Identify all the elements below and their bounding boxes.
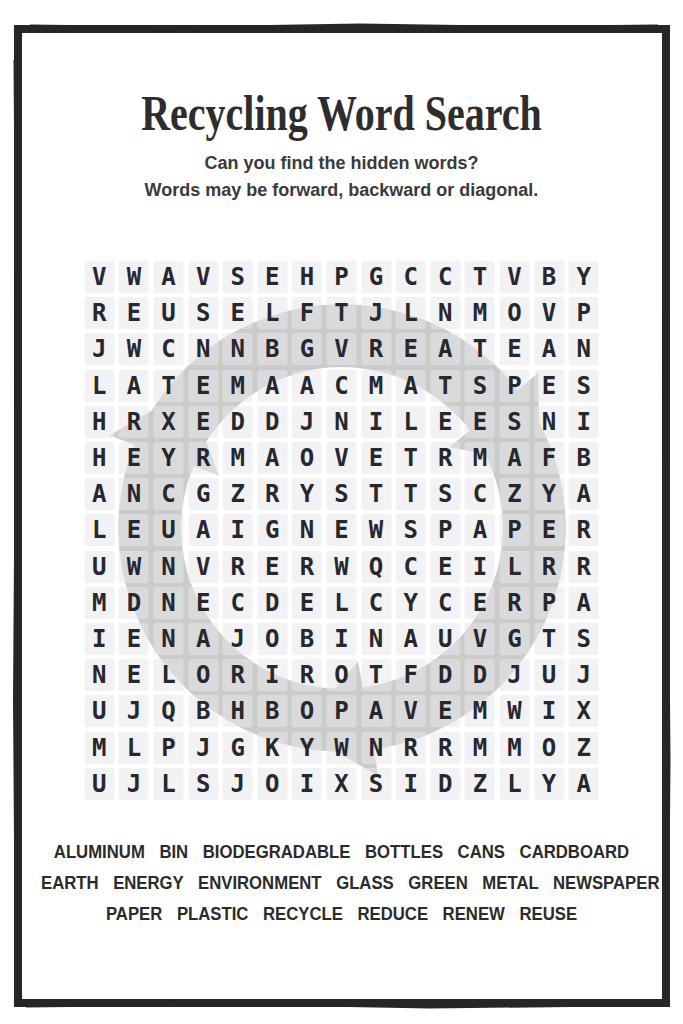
grid-cell: R bbox=[255, 476, 290, 512]
grid-cell: G bbox=[220, 729, 255, 765]
grid-cell-letter: J bbox=[223, 623, 253, 655]
grid-cell-letter: P bbox=[499, 370, 529, 402]
grid-cell-letter: R bbox=[430, 732, 460, 764]
grid-cell-letter: A bbox=[569, 478, 599, 510]
grid-cell: A bbox=[186, 621, 221, 657]
grid-cell: A bbox=[255, 440, 290, 476]
grid-cell: H bbox=[82, 440, 117, 476]
grid-cell: A bbox=[532, 331, 567, 367]
grid-cell-letter: N bbox=[119, 478, 149, 510]
grid-cell: V bbox=[497, 259, 532, 295]
grid-cell-letter: Y bbox=[292, 732, 322, 764]
grid-cell: R bbox=[428, 440, 463, 476]
grid-cell: R bbox=[220, 657, 255, 693]
grid-cell-letter: B bbox=[534, 261, 564, 293]
grid-cell: H bbox=[290, 259, 325, 295]
word-list-line: ALUMINUM BIN BIODEGRADABLE BOTTLES CANS … bbox=[41, 836, 642, 867]
grid-cell-letter: Y bbox=[534, 768, 564, 800]
grid-cell: L bbox=[497, 549, 532, 585]
page-title: Recycling Word Search bbox=[68, 88, 614, 138]
grid-cell-letter: K bbox=[257, 732, 287, 764]
grid-cell: E bbox=[255, 259, 290, 295]
grid-cell-letter: R bbox=[84, 297, 114, 329]
grid-cell: E bbox=[324, 512, 359, 548]
grid-cell-letter: A bbox=[188, 623, 218, 655]
grid-cell: U bbox=[532, 657, 567, 693]
grid-cell-letter: S bbox=[327, 478, 357, 510]
grid-cell-letter: A bbox=[569, 768, 599, 800]
grid-cell: L bbox=[82, 368, 117, 404]
grid-cell: D bbox=[428, 766, 463, 802]
grid-cell-letter: E bbox=[119, 442, 149, 474]
grid-cell-letter: I bbox=[327, 623, 357, 655]
grid-cell-letter: Q bbox=[154, 695, 184, 727]
grid-cell-letter: A bbox=[119, 370, 149, 402]
grid-cell-letter: U bbox=[84, 695, 114, 727]
grid-cell: N bbox=[359, 729, 394, 765]
grid-cell-letter: A bbox=[361, 695, 391, 727]
grid-cell-letter: R bbox=[119, 406, 149, 438]
grid-cell-letter: R bbox=[292, 551, 322, 583]
grid-cell: B bbox=[290, 621, 325, 657]
grid-cell: M bbox=[497, 729, 532, 765]
grid-cell-letter: J bbox=[569, 659, 599, 691]
grid-cell: E bbox=[428, 404, 463, 440]
grid-cell-letter: C bbox=[396, 261, 426, 293]
grid-cell: C bbox=[220, 585, 255, 621]
grid-cell-letter: U bbox=[154, 514, 184, 546]
grid-cell-letter: E bbox=[119, 514, 149, 546]
grid-cell: W bbox=[324, 549, 359, 585]
grid-cell-letter: G bbox=[292, 333, 322, 365]
grid-cell: E bbox=[393, 331, 428, 367]
grid-cell-letter: R bbox=[569, 514, 599, 546]
grid-cell: T bbox=[151, 368, 186, 404]
grid-cell-letter: M bbox=[465, 442, 495, 474]
grid-cell: P bbox=[497, 512, 532, 548]
grid-cell-letter: E bbox=[430, 695, 460, 727]
grid-cell: E bbox=[428, 693, 463, 729]
grid-cell-letter: T bbox=[361, 478, 391, 510]
grid-cell: U bbox=[151, 295, 186, 331]
grid-cell-letter: L bbox=[327, 587, 357, 619]
grid-cell-letter: E bbox=[223, 297, 253, 329]
grid-cell-letter: A bbox=[292, 370, 322, 402]
grid-cell-letter: E bbox=[257, 551, 287, 583]
grid-cell: N bbox=[532, 404, 567, 440]
grid-cell: O bbox=[532, 729, 567, 765]
grid-cell: W bbox=[117, 549, 152, 585]
grid-cell: O bbox=[324, 657, 359, 693]
grid-cell-letter: M bbox=[465, 297, 495, 329]
grid-cell: B bbox=[255, 693, 290, 729]
grid-cell-letter: J bbox=[361, 297, 391, 329]
grid-cell: W bbox=[359, 512, 394, 548]
grid-cell-letter: P bbox=[327, 261, 357, 293]
grid-cell: J bbox=[117, 766, 152, 802]
grid-cell: I bbox=[566, 404, 601, 440]
grid-cell-letter: I bbox=[569, 406, 599, 438]
grid-cell: S bbox=[220, 259, 255, 295]
grid-cell: D bbox=[428, 657, 463, 693]
grid-cell: Z bbox=[497, 476, 532, 512]
grid-cell: U bbox=[82, 693, 117, 729]
grid-cell-letter: U bbox=[534, 659, 564, 691]
grid-cell-letter: E bbox=[327, 514, 357, 546]
grid-cell: N bbox=[324, 404, 359, 440]
grid-cell: E bbox=[186, 404, 221, 440]
grid-cell-letter: T bbox=[154, 370, 184, 402]
grid-cell: E bbox=[186, 368, 221, 404]
grid-cell-letter: D bbox=[257, 406, 287, 438]
grid-cell: C bbox=[463, 476, 498, 512]
grid-cell-letter: P bbox=[499, 514, 529, 546]
grid-cell-letter: F bbox=[292, 297, 322, 329]
grid-cell: J bbox=[359, 295, 394, 331]
grid-cell-letter: B bbox=[569, 442, 599, 474]
grid-cell: T bbox=[463, 259, 498, 295]
grid-cell-letter: H bbox=[84, 406, 114, 438]
grid-cell: J bbox=[566, 657, 601, 693]
grid-cell-letter: E bbox=[188, 370, 218, 402]
grid-cell: C bbox=[324, 368, 359, 404]
grid-cell-letter: T bbox=[430, 370, 460, 402]
grid-cell-letter: E bbox=[119, 297, 149, 329]
grid-cell-letter: P bbox=[327, 695, 357, 727]
grid-cell-letter: S bbox=[569, 623, 599, 655]
grid-cell-letter: E bbox=[361, 442, 391, 474]
grid-cell: M bbox=[82, 729, 117, 765]
grid-cell: I bbox=[220, 512, 255, 548]
grid-cell-letter: R bbox=[188, 442, 218, 474]
grid-cell: W bbox=[117, 259, 152, 295]
grid-cell: R bbox=[117, 404, 152, 440]
grid-cell: C bbox=[151, 331, 186, 367]
grid-cell-letter: J bbox=[223, 768, 253, 800]
grid-cell-letter: O bbox=[257, 623, 287, 655]
grid-cell-letter: O bbox=[327, 659, 357, 691]
grid-cell: L bbox=[151, 766, 186, 802]
grid-cell-letter: N bbox=[327, 406, 357, 438]
grid-cell: L bbox=[393, 295, 428, 331]
grid-cell-letter: Z bbox=[465, 768, 495, 800]
word-list: ALUMINUM BIN BIODEGRADABLE BOTTLES CANS … bbox=[0, 836, 683, 929]
grid-cell: V bbox=[393, 693, 428, 729]
grid-cell: L bbox=[497, 766, 532, 802]
grid-cell: J bbox=[220, 621, 255, 657]
grid-cell: J bbox=[497, 657, 532, 693]
grid-cell-letter: O bbox=[499, 297, 529, 329]
grid-cell: R bbox=[186, 440, 221, 476]
grid-cell-letter: L bbox=[257, 297, 287, 329]
grid-cell: T bbox=[359, 476, 394, 512]
grid-cell: D bbox=[463, 657, 498, 693]
grid-cell-letter: G bbox=[188, 478, 218, 510]
grid-cell: M bbox=[463, 440, 498, 476]
grid-cell: W bbox=[324, 729, 359, 765]
grid-cell-letter: N bbox=[361, 732, 391, 764]
grid-cell-letter: E bbox=[188, 587, 218, 619]
grid-cell-letter: N bbox=[361, 623, 391, 655]
grid-cell-letter: M bbox=[223, 442, 253, 474]
grid-cell-letter: I bbox=[396, 768, 426, 800]
grid-cell: F bbox=[532, 440, 567, 476]
grid-cell-letter: T bbox=[361, 659, 391, 691]
grid-cell-letter: Y bbox=[292, 478, 322, 510]
grid-cell: I bbox=[359, 404, 394, 440]
grid-cell-letter: U bbox=[84, 768, 114, 800]
grid-cell-letter: I bbox=[292, 768, 322, 800]
grid-cell-letter: Y bbox=[396, 587, 426, 619]
grid-cell-letter: U bbox=[154, 297, 184, 329]
grid-cell-letter: N bbox=[569, 333, 599, 365]
grid-cell: T bbox=[532, 621, 567, 657]
grid-cell: E bbox=[428, 549, 463, 585]
grid-cell-letter: S bbox=[430, 478, 460, 510]
grid-cell: R bbox=[566, 512, 601, 548]
grid-cell: J bbox=[290, 404, 325, 440]
grid-cell-letter: R bbox=[569, 551, 599, 583]
grid-cell-letter: H bbox=[292, 261, 322, 293]
grid-cell: A bbox=[428, 331, 463, 367]
grid-cell: N bbox=[82, 657, 117, 693]
grid-cell-letter: A bbox=[154, 261, 184, 293]
grid-cell-letter: D bbox=[119, 587, 149, 619]
grid-cell-letter: M bbox=[465, 732, 495, 764]
grid-cell-letter: X bbox=[154, 406, 184, 438]
grid-cell-letter: I bbox=[465, 551, 495, 583]
grid-cell: E bbox=[497, 331, 532, 367]
grid-cell-letter: W bbox=[327, 732, 357, 764]
grid-cell: S bbox=[359, 766, 394, 802]
grid-cell: O bbox=[290, 693, 325, 729]
grid-cell-letter: S bbox=[361, 768, 391, 800]
grid-cell-letter: T bbox=[396, 442, 426, 474]
grid-cell: L bbox=[151, 657, 186, 693]
grid-cell: R bbox=[359, 331, 394, 367]
grid-cell: E bbox=[117, 295, 152, 331]
grid-cell-letter: E bbox=[292, 587, 322, 619]
grid-cell-letter: O bbox=[292, 442, 322, 474]
grid-cell-letter: H bbox=[84, 442, 114, 474]
grid-cell: Y bbox=[393, 585, 428, 621]
grid-cell: E bbox=[117, 657, 152, 693]
grid-cell: P bbox=[532, 585, 567, 621]
grid-cell: N bbox=[359, 621, 394, 657]
grid-cell: V bbox=[324, 331, 359, 367]
grid-cell-letter: G bbox=[499, 623, 529, 655]
grid-cell: Y bbox=[290, 729, 325, 765]
grid-cell: A bbox=[393, 368, 428, 404]
grid-cell-letter: A bbox=[499, 442, 529, 474]
grid-cell: S bbox=[393, 512, 428, 548]
grid-cell-letter: D bbox=[430, 659, 460, 691]
grid-cell-letter: S bbox=[465, 370, 495, 402]
grid-cell-letter: L bbox=[499, 768, 529, 800]
grid-cell-letter: R bbox=[223, 551, 253, 583]
grid-cell: V bbox=[324, 440, 359, 476]
grid-cell-letter: A bbox=[396, 623, 426, 655]
grid-cell-letter: C bbox=[154, 333, 184, 365]
grid-cell: L bbox=[255, 295, 290, 331]
grid-cell-letter: N bbox=[534, 406, 564, 438]
grid-cell: R bbox=[497, 585, 532, 621]
grid-cell: M bbox=[220, 368, 255, 404]
grid-cell-letter: M bbox=[84, 587, 114, 619]
grid-cell-letter: V bbox=[188, 551, 218, 583]
grid-cell-letter: Z bbox=[499, 478, 529, 510]
grid-cell-letter: L bbox=[84, 370, 114, 402]
grid-cell: Z bbox=[463, 766, 498, 802]
grid-cell-letter: T bbox=[465, 333, 495, 365]
grid-cell: S bbox=[186, 295, 221, 331]
grid-cell: R bbox=[428, 729, 463, 765]
grid-cell: R bbox=[82, 295, 117, 331]
grid-cell: M bbox=[463, 729, 498, 765]
grid-cell-letter: J bbox=[188, 732, 218, 764]
grid-cell: G bbox=[497, 621, 532, 657]
grid-cell: U bbox=[151, 512, 186, 548]
grid-cell: O bbox=[497, 295, 532, 331]
grid-cell: N bbox=[151, 549, 186, 585]
grid-cell: S bbox=[497, 404, 532, 440]
grid-cell: P bbox=[324, 693, 359, 729]
grid-cell: N bbox=[186, 331, 221, 367]
grid-cell: Y bbox=[566, 259, 601, 295]
grid-cell-letter: X bbox=[569, 695, 599, 727]
grid-cell: O bbox=[255, 621, 290, 657]
grid-cell: A bbox=[463, 512, 498, 548]
grid-cell: X bbox=[151, 404, 186, 440]
grid-cell: A bbox=[186, 512, 221, 548]
grid-cell: A bbox=[566, 476, 601, 512]
grid-cell-letter: E bbox=[188, 406, 218, 438]
grid-cell-letter: E bbox=[430, 551, 460, 583]
grid-cell-letter: A bbox=[396, 370, 426, 402]
grid-cell-letter: M bbox=[361, 370, 391, 402]
grid-cell: T bbox=[463, 331, 498, 367]
grid-cell-letter: W bbox=[499, 695, 529, 727]
grid-cell-letter: D bbox=[257, 587, 287, 619]
grid-cell-letter: L bbox=[154, 659, 184, 691]
grid-cell: J bbox=[186, 729, 221, 765]
grid-cell: R bbox=[393, 729, 428, 765]
grid-cell-letter: H bbox=[223, 695, 253, 727]
grid-cell: M bbox=[220, 440, 255, 476]
grid-cell-letter: E bbox=[119, 659, 149, 691]
grid-cell-letter: G bbox=[223, 732, 253, 764]
word-search-grid: VWAVSEHPGCCTVBYREUSELFTJLNMOVPJWCNNBGVRE… bbox=[82, 259, 601, 802]
grid-cell-letter: J bbox=[119, 695, 149, 727]
grid-cell-letter: R bbox=[223, 659, 253, 691]
grid-cell-letter: T bbox=[396, 478, 426, 510]
grid-cell: S bbox=[428, 476, 463, 512]
worksheet-page: Recycling Word Search Can you find the h… bbox=[0, 0, 683, 1024]
grid-cell-letter: I bbox=[361, 406, 391, 438]
grid-cell-letter: F bbox=[396, 659, 426, 691]
grid-cell: T bbox=[359, 657, 394, 693]
grid-cell-letter: V bbox=[188, 261, 218, 293]
grid-cell: V bbox=[532, 295, 567, 331]
grid-cell: E bbox=[359, 440, 394, 476]
grid-cell-letter: U bbox=[84, 551, 114, 583]
grid-cell-letter: S bbox=[499, 406, 529, 438]
grid-cell: I bbox=[324, 621, 359, 657]
grid-cell: Y bbox=[532, 476, 567, 512]
grid-cell-letter: C bbox=[430, 587, 460, 619]
grid-cell: D bbox=[255, 404, 290, 440]
grid-cell-letter: V bbox=[84, 261, 114, 293]
grid-cell-letter: J bbox=[119, 768, 149, 800]
grid-cell-letter: C bbox=[327, 370, 357, 402]
grid-cell: R bbox=[566, 549, 601, 585]
grid-cell-letter: R bbox=[257, 478, 287, 510]
grid-cell: E bbox=[186, 585, 221, 621]
grid-cell-letter: E bbox=[465, 406, 495, 438]
subtitle-line1: Can you find the hidden words? bbox=[0, 150, 683, 177]
grid-cell-letter: L bbox=[119, 732, 149, 764]
grid-cell: G bbox=[290, 331, 325, 367]
grid-cell-letter: V bbox=[327, 333, 357, 365]
grid-cell: B bbox=[532, 259, 567, 295]
grid-cell-letter: S bbox=[188, 768, 218, 800]
grid-cell-letter: L bbox=[396, 297, 426, 329]
grid-cell-letter: D bbox=[430, 768, 460, 800]
grid-cell-letter: S bbox=[396, 514, 426, 546]
grid-cell: S bbox=[566, 368, 601, 404]
grid-cell-letter: J bbox=[292, 406, 322, 438]
grid-cell: E bbox=[290, 585, 325, 621]
grid-cell: A bbox=[290, 368, 325, 404]
grid-cell-letter: I bbox=[257, 659, 287, 691]
grid-cell: C bbox=[428, 585, 463, 621]
grid-cell: N bbox=[566, 331, 601, 367]
grid-cell-letter: A bbox=[257, 370, 287, 402]
grid-cell-letter: N bbox=[154, 623, 184, 655]
grid-cell: O bbox=[255, 766, 290, 802]
grid-cell-letter: R bbox=[361, 333, 391, 365]
grid-cell-letter: P bbox=[154, 732, 184, 764]
grid-cell: T bbox=[324, 295, 359, 331]
grid-cell-letter: N bbox=[154, 551, 184, 583]
grid-cell: H bbox=[220, 693, 255, 729]
grid-cell: Q bbox=[151, 693, 186, 729]
grid-cell: Z bbox=[566, 729, 601, 765]
grid-cell-letter: I bbox=[84, 623, 114, 655]
grid-cell-letter: E bbox=[534, 370, 564, 402]
grid-cell: N bbox=[117, 476, 152, 512]
grid-cell: U bbox=[428, 621, 463, 657]
grid-cell: A bbox=[117, 368, 152, 404]
grid-cell-letter: N bbox=[154, 587, 184, 619]
grid-cell-letter: M bbox=[499, 732, 529, 764]
grid-cell: B bbox=[255, 331, 290, 367]
grid-cell-letter: E bbox=[257, 261, 287, 293]
grid-cell-letter: F bbox=[534, 442, 564, 474]
grid-cell: G bbox=[255, 512, 290, 548]
grid-cell: D bbox=[255, 585, 290, 621]
grid-cell-letter: N bbox=[84, 659, 114, 691]
grid-cell: X bbox=[324, 766, 359, 802]
grid-cell: S bbox=[186, 766, 221, 802]
grid-cell-letter: A bbox=[569, 587, 599, 619]
grid-cell-letter: N bbox=[223, 333, 253, 365]
grid-cell-letter: V bbox=[499, 261, 529, 293]
grid-cell-letter: E bbox=[119, 623, 149, 655]
grid-cell-letter: I bbox=[534, 695, 564, 727]
grid-cell: I bbox=[82, 621, 117, 657]
grid-cell-letter: Y bbox=[154, 442, 184, 474]
